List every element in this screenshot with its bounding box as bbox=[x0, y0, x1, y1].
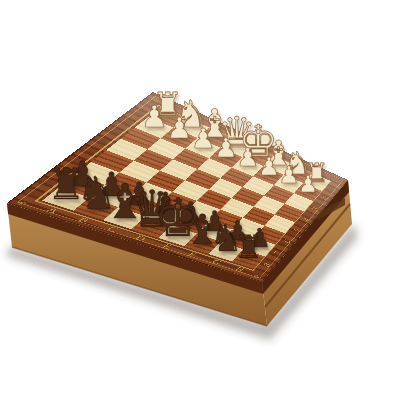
rank-label-5: 5 bbox=[290, 226, 303, 234]
rank-label-3: 3 bbox=[309, 205, 321, 213]
corner-ornament-icon: ≈ bbox=[16, 199, 28, 207]
rank-label-2: 2 bbox=[318, 195, 330, 203]
rank-label-6: 6 bbox=[281, 237, 294, 245]
piece-white-pawn-h2[interactable]: ♟ bbox=[294, 173, 322, 196]
corner-ornament-icon: ≈ bbox=[335, 179, 342, 184]
file-label-h: H bbox=[232, 265, 247, 274]
corner-ornament-icon: ≈ bbox=[251, 274, 262, 279]
piece-black-rook-h8[interactable]: ♜ bbox=[230, 232, 268, 264]
rank-label-4: 4 bbox=[300, 215, 312, 223]
product-photo: ABCDEFGH12345678 ≈≈≈≈ ♜♞♝♛♚♝♞♜♟♟♟♟♟♟♟♟♟♟… bbox=[0, 0, 400, 400]
